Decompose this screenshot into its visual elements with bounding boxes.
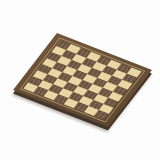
chessboard [13, 33, 152, 127]
maple-inlay-line [20, 38, 145, 123]
chessboard-product-photo [0, 0, 160, 160]
